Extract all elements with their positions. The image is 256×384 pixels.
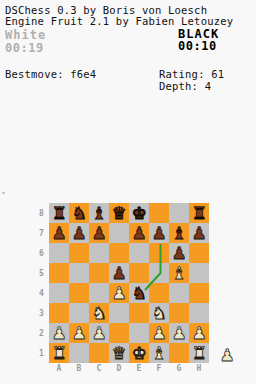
black-king: ♚ [131,203,146,223]
black-bishop: ♝ [91,203,106,223]
square-d3[interactable] [109,303,129,323]
square-a8[interactable]: ♜ [49,203,69,223]
square-c5[interactable] [89,263,109,283]
white-bishop: ♝ [151,343,166,363]
square-b3[interactable] [69,303,89,323]
rank-label-1: 1 [36,343,47,363]
square-h7[interactable]: ♟ [189,223,209,243]
rank-label-7: 7 [36,223,47,243]
white-player-label: White [5,28,46,42]
square-e6[interactable] [129,243,149,263]
square-f8[interactable] [149,203,169,223]
square-g5[interactable]: ♝ [169,263,189,283]
rank-label-3: 3 [36,303,47,323]
rank-label-6: 6 [36,243,47,263]
square-g7[interactable]: ♝ [169,223,189,243]
white-rook: ♜ [191,343,206,363]
square-h4[interactable] [189,283,209,303]
square-c1[interactable] [89,343,109,363]
file-label-a: A [49,364,69,376]
square-d7[interactable] [109,223,129,243]
square-h6[interactable] [189,243,209,263]
square-a2[interactable]: ♟ [49,323,69,343]
square-h8[interactable]: ♜ [189,203,209,223]
black-clock: 00:10 [178,39,217,53]
file-label-d: D [109,364,129,376]
white-pawn: ♟ [71,323,86,343]
square-a1[interactable]: ♜ [49,343,69,363]
white-clock: 00:19 [5,41,44,55]
black-queen: ♛ [111,203,126,223]
file-label-h: H [189,364,209,376]
white-bishop: ♝ [171,263,186,283]
black-pawn: ♟ [71,223,86,243]
bestmove-label: Bestmove: [5,68,64,80]
rank-label-2: 2 [36,323,47,343]
black-pawn: ♟ [151,223,166,243]
white-pawn: ♟ [217,344,237,366]
white-pawn: ♟ [191,323,206,343]
square-g1[interactable] [169,343,189,363]
square-b5[interactable] [69,263,89,283]
rank-labels: 87654321 [36,203,47,363]
black-pawn: ♟ [171,243,186,263]
white-queen: ♛ [111,343,126,363]
square-a3[interactable] [49,303,69,323]
square-a7[interactable]: ♟ [49,223,69,243]
file-label-b: B [69,364,89,376]
square-h5[interactable] [189,263,209,283]
square-c8[interactable]: ♝ [89,203,109,223]
white-pawn: ♟ [171,323,186,343]
square-g2[interactable]: ♟ [169,323,189,343]
square-f7[interactable]: ♟ [149,223,169,243]
file-label-g: G [169,364,189,376]
file-labels: ABCDEFGH [49,364,209,376]
square-d5[interactable]: ♟ [109,263,129,283]
white-rook: ♜ [51,343,66,363]
square-e4[interactable]: ♞ [129,283,149,303]
file-label-f: F [149,364,169,376]
square-f5[interactable] [149,263,169,283]
square-c7[interactable]: ♟ [89,223,109,243]
square-b7[interactable]: ♟ [69,223,89,243]
square-c3[interactable]: ♞ [89,303,109,323]
square-d1[interactable]: ♛ [109,343,129,363]
square-g6[interactable]: ♟ [169,243,189,263]
rank-label-8: 8 [36,203,47,223]
square-f6[interactable] [149,243,169,263]
dschess-screen: DSChess 0.3 by Boris von Loesch Engine F… [0,0,256,384]
square-g8[interactable] [169,203,189,223]
square-a6[interactable] [49,243,69,263]
square-c2[interactable]: ♟ [89,323,109,343]
captured-pieces-tray: ♟ [217,344,237,366]
white-knight: ♞ [151,303,166,323]
white-knight: ♞ [91,303,106,323]
depth-row: Depth: 4 [159,80,211,92]
square-e5[interactable] [129,263,149,283]
square-f3[interactable]: ♞ [149,303,169,323]
square-b6[interactable] [69,243,89,263]
chess-board: ♜♞♝♛♚♜♟♟♟♟♟♝♟♟♟♝♟♞♞♞♟♟♟♟♟♟♜♛♚♝♜ [49,203,209,363]
black-pawn: ♟ [51,223,66,243]
square-b1[interactable] [69,343,89,363]
square-e1[interactable]: ♚ [129,343,149,363]
black-bishop: ♝ [171,223,186,243]
black-pawn: ♟ [91,223,106,243]
square-b4[interactable] [69,283,89,303]
square-d6[interactable] [109,243,129,263]
square-b8[interactable]: ♞ [69,203,89,223]
square-e8[interactable]: ♚ [129,203,149,223]
black-knight: ♞ [71,203,86,223]
rank-label-4: 4 [36,283,47,303]
black-pawn: ♟ [191,223,206,243]
square-h3[interactable] [189,303,209,323]
rank-label-5: 5 [36,263,47,283]
black-pawn: ♟ [111,263,126,283]
square-d4[interactable]: ♟ [109,283,129,303]
square-a4[interactable] [49,283,69,303]
square-c4[interactable] [89,283,109,303]
square-h1[interactable]: ♜ [189,343,209,363]
square-f1[interactable]: ♝ [149,343,169,363]
bestmove-row: Bestmove: f6e4 [5,68,96,80]
rating-label: Rating: [159,68,205,80]
white-pawn: ♟ [111,283,126,303]
square-e3[interactable] [129,303,149,323]
square-e2[interactable] [129,323,149,343]
black-knight: ♞ [131,283,146,303]
square-f2[interactable]: ♟ [149,323,169,343]
depth-value: 4 [205,80,212,92]
white-pawn: ♟ [91,323,106,343]
file-label-c: C [89,364,109,376]
white-pawn: ♟ [51,323,66,343]
white-king: ♚ [131,343,146,363]
square-g3[interactable] [169,303,189,323]
square-a5[interactable] [49,263,69,283]
rating-row: Rating: 61 [159,68,224,80]
square-f4[interactable] [149,283,169,303]
square-g4[interactable] [169,283,189,303]
square-c6[interactable] [89,243,109,263]
file-label-e: E [129,364,149,376]
screen-seam-artifact [2,192,5,194]
black-pawn: ♟ [131,223,146,243]
depth-label: Depth: [159,80,198,92]
square-e7[interactable]: ♟ [129,223,149,243]
black-rook: ♜ [51,203,66,223]
square-b2[interactable]: ♟ [69,323,89,343]
black-rook: ♜ [191,203,206,223]
rating-value: 61 [211,68,224,80]
square-h2[interactable]: ♟ [189,323,209,343]
square-d2[interactable] [109,323,129,343]
bestmove-value: f6e4 [70,68,96,80]
square-d8[interactable]: ♛ [109,203,129,223]
app-title-line2: Engine Fruit 2.1 by Fabien Letouzey [5,15,233,27]
white-pawn: ♟ [151,323,166,343]
